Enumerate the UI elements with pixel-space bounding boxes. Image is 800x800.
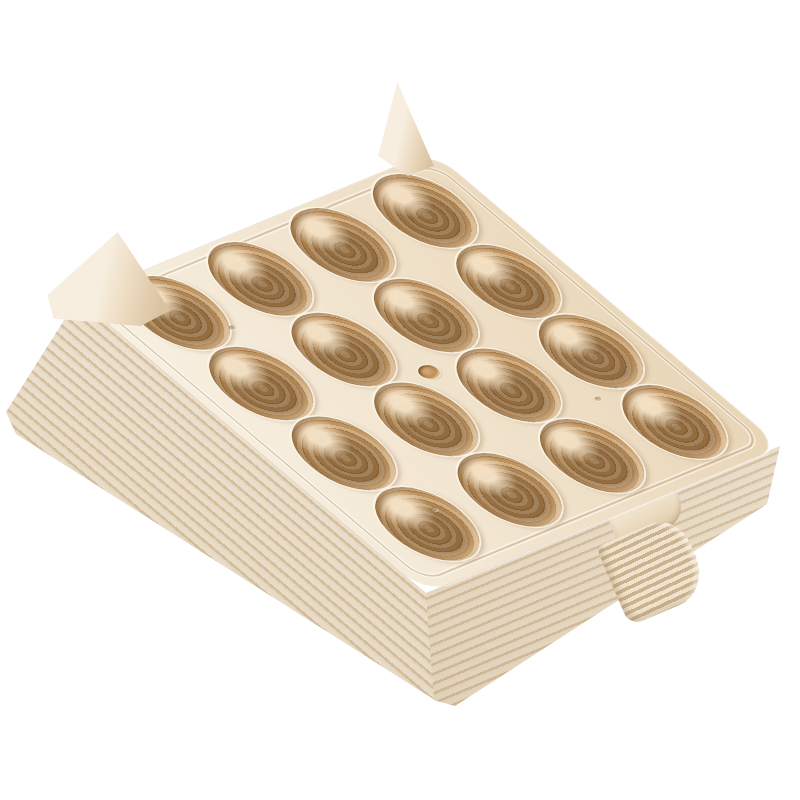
product-photo-scene [0,0,800,800]
corner-fin-back-right [375,79,437,179]
